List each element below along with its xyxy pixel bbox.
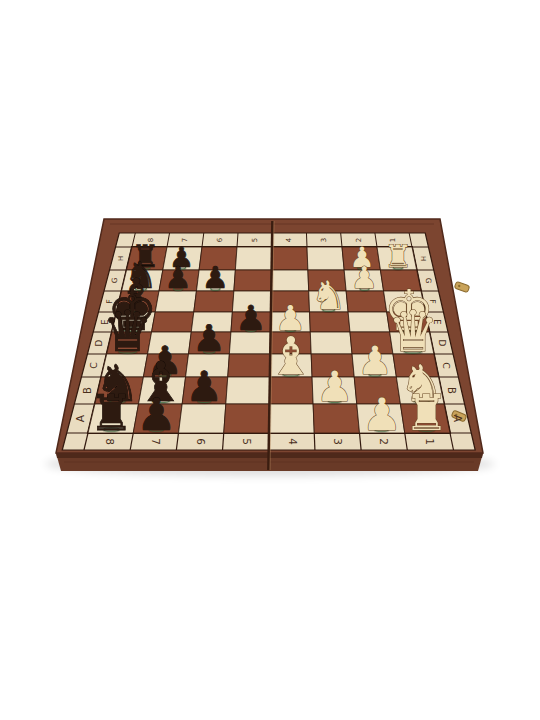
coord-number-near-6: 6 — [195, 438, 207, 445]
white-r-glyph: ♜ — [384, 238, 412, 274]
coord-number-far-5: 5 — [251, 238, 259, 242]
black-p-glyph: ♟ — [202, 260, 229, 295]
piece-black-p-g6: ♟ — [202, 260, 229, 295]
white-p-glyph: ♟ — [316, 362, 353, 411]
white-p-glyph: ♟ — [351, 260, 378, 295]
strip-seam — [314, 433, 315, 450]
piece-white-p-c2: ♟ — [358, 338, 393, 383]
black-p-glyph: ♟ — [193, 317, 226, 360]
square-d3 — [310, 332, 352, 354]
strip-seam — [306, 233, 307, 247]
white-b-glyph: ♝ — [268, 326, 314, 386]
product-photo: 8765432187654321HGFEDCBAHGFEDCBA♜♟♟♜♞♟♟♟… — [0, 0, 540, 720]
black-p-glyph: ♟ — [165, 260, 192, 295]
square-e7 — [152, 312, 194, 332]
square-h5 — [235, 247, 272, 270]
square-a5 — [224, 404, 270, 433]
piece-black-p-e5: ♟ — [236, 298, 267, 338]
coord-letter-right-A: A — [451, 415, 464, 423]
square-g4 — [271, 270, 308, 291]
white-p-glyph: ♟ — [362, 388, 402, 441]
coord-number-far-4: 4 — [285, 237, 293, 242]
square-h3 — [307, 247, 344, 270]
black-p-glyph: ♟ — [136, 388, 176, 441]
black-p-glyph: ♟ — [236, 298, 267, 338]
coord-number-near-4: 4 — [287, 438, 299, 445]
chess-board: 8765432187654321HGFEDCBAHGFEDCBA♜♟♟♜♞♟♟♟… — [0, 0, 540, 720]
white-r-glyph: ♜ — [405, 384, 449, 442]
white-n-glyph: ♞ — [311, 273, 346, 318]
coord-number-near-3: 3 — [332, 438, 344, 445]
piece-white-b-c4: ♝ — [268, 326, 314, 386]
square-b5 — [226, 377, 270, 404]
piece-black-p-g7: ♟ — [165, 260, 192, 295]
coord-number-far-3: 3 — [320, 238, 328, 242]
piece-white-p-b3: ♟ — [316, 362, 353, 411]
coord-letter-right-H: H — [419, 256, 427, 261]
square-a4 — [269, 404, 314, 433]
piece-white-n-f3: ♞ — [311, 273, 346, 318]
piece-black-p-b6: ♟ — [186, 362, 223, 411]
piece-white-r-a1: ♜ — [405, 384, 449, 442]
white-p-glyph: ♟ — [358, 338, 393, 383]
piece-white-p-a2: ♟ — [362, 388, 402, 441]
piece-black-p-a7: ♟ — [136, 388, 176, 441]
square-h4 — [272, 247, 308, 270]
piece-white-p-g2: ♟ — [351, 260, 378, 295]
coord-number-near-5: 5 — [241, 438, 253, 445]
piece-black-p-d6: ♟ — [193, 317, 226, 360]
coord-number-far-6: 6 — [216, 237, 224, 242]
piece-white-r-h1: ♜ — [384, 238, 412, 274]
square-c5 — [228, 354, 271, 377]
black-p-glyph: ♟ — [186, 362, 223, 411]
piece-black-r-a8: ♜ — [89, 384, 133, 442]
square-g5 — [234, 270, 272, 291]
coord-letter-left-A: A — [74, 414, 87, 422]
black-r-glyph: ♜ — [89, 384, 133, 442]
